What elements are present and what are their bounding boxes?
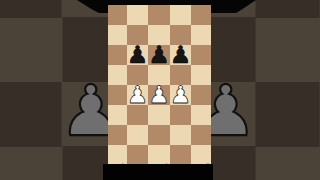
- board-square-e4[interactable]: ♟: [170, 85, 192, 105]
- board-square-b1[interactable]: [108, 145, 127, 165]
- board-square-f7[interactable]: [191, 25, 210, 45]
- black-pawn-d6[interactable]: ♟: [148, 44, 170, 64]
- black-pawn-c6[interactable]: ♟: [127, 44, 149, 64]
- board-square-d2[interactable]: [148, 125, 170, 145]
- board-square-f1[interactable]: [191, 145, 210, 165]
- board-square-c4[interactable]: ♟: [127, 85, 149, 105]
- board-square-d4[interactable]: ♟: [148, 85, 170, 105]
- black-pawn-e6[interactable]: ♟: [170, 44, 192, 64]
- board-square-b5[interactable]: [108, 65, 127, 85]
- board-square-d6[interactable]: ♟: [148, 45, 170, 65]
- board-square-b8[interactable]: [108, 5, 127, 25]
- board-square-e6[interactable]: ♟: [170, 45, 192, 65]
- board-square-f5[interactable]: [191, 65, 210, 85]
- board-square-b2[interactable]: [108, 125, 127, 145]
- board-square-f4[interactable]: [191, 85, 210, 105]
- board-square-d8[interactable]: [148, 5, 170, 25]
- board-square-b7[interactable]: [108, 25, 127, 45]
- board-square-f6[interactable]: [191, 45, 210, 65]
- bottom-pedestal-bar: [103, 164, 213, 180]
- board-square-c2[interactable]: [127, 125, 149, 145]
- board-square-f8[interactable]: [191, 5, 210, 25]
- board-square-f3[interactable]: [191, 105, 210, 125]
- board-square-c6[interactable]: ♟: [127, 45, 149, 65]
- board-square-c3[interactable]: [127, 105, 149, 125]
- video-frame: ♟ ♟ ♟♟♟♟♟♟bcdef: [0, 0, 320, 180]
- white-pawn-c4[interactable]: ♟: [127, 84, 149, 104]
- board-square-e2[interactable]: [170, 125, 192, 145]
- board-square-e1[interactable]: [170, 145, 192, 165]
- board-square-c1[interactable]: [127, 145, 149, 165]
- white-pawn-d4[interactable]: ♟: [148, 84, 170, 104]
- board-square-d3[interactable]: [148, 105, 170, 125]
- chess-board: ♟♟♟♟♟♟bcdef: [108, 5, 211, 165]
- board-square-c8[interactable]: [127, 5, 149, 25]
- board-square-b3[interactable]: [108, 105, 127, 125]
- white-pawn-e4[interactable]: ♟: [170, 84, 192, 104]
- board-square-d1[interactable]: [148, 145, 170, 165]
- board-square-e8[interactable]: [170, 5, 192, 25]
- board-square-b4[interactable]: [108, 85, 127, 105]
- board-square-e3[interactable]: [170, 105, 192, 125]
- board-square-f2[interactable]: [191, 125, 210, 145]
- board-square-b6[interactable]: [108, 45, 127, 65]
